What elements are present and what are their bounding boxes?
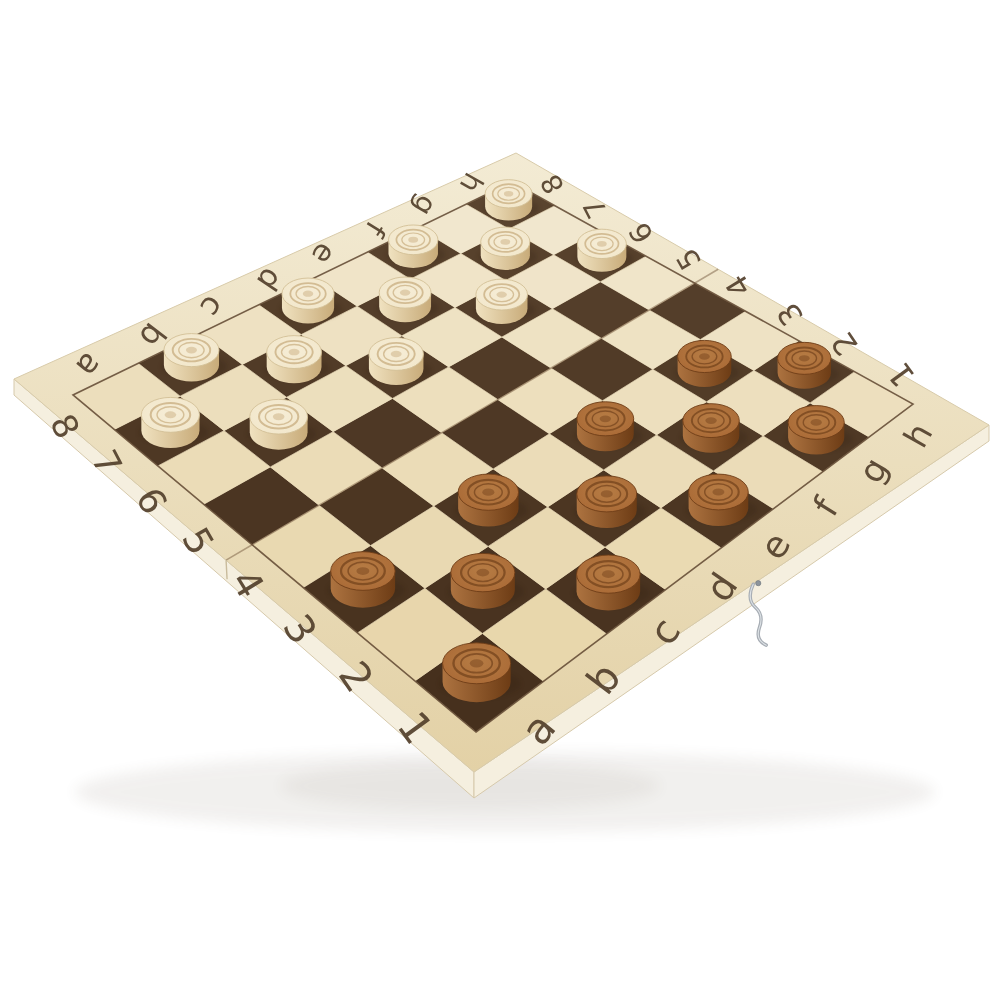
piece-center <box>597 241 607 247</box>
piece-center <box>273 413 285 420</box>
piece-center <box>400 289 410 295</box>
fold-seam-edge-step <box>226 560 227 579</box>
piece-center <box>470 659 484 667</box>
piece-center <box>289 349 300 356</box>
piece-center <box>602 570 615 578</box>
piece-center <box>601 490 613 497</box>
photo-stage: Overhead product photo of an open foldin… <box>0 0 998 998</box>
piece-center <box>799 355 810 361</box>
piece-center <box>476 569 489 577</box>
piece-center <box>356 567 369 575</box>
piece-center <box>391 351 402 358</box>
piece-center <box>500 239 510 245</box>
piece-center <box>408 237 418 243</box>
piece-center <box>303 291 313 297</box>
checkers-board: 12345678abcdefghabcdefgh12345678 <box>0 0 998 998</box>
piece-center <box>497 291 507 297</box>
piece-center <box>705 417 716 424</box>
piece-center <box>600 415 611 422</box>
piece-center <box>482 489 494 496</box>
piece-center <box>165 411 177 418</box>
piece-center <box>699 353 710 359</box>
piece-center <box>186 347 197 354</box>
piece-center <box>504 191 513 197</box>
piece-center <box>712 488 724 495</box>
piece-center <box>811 419 822 426</box>
